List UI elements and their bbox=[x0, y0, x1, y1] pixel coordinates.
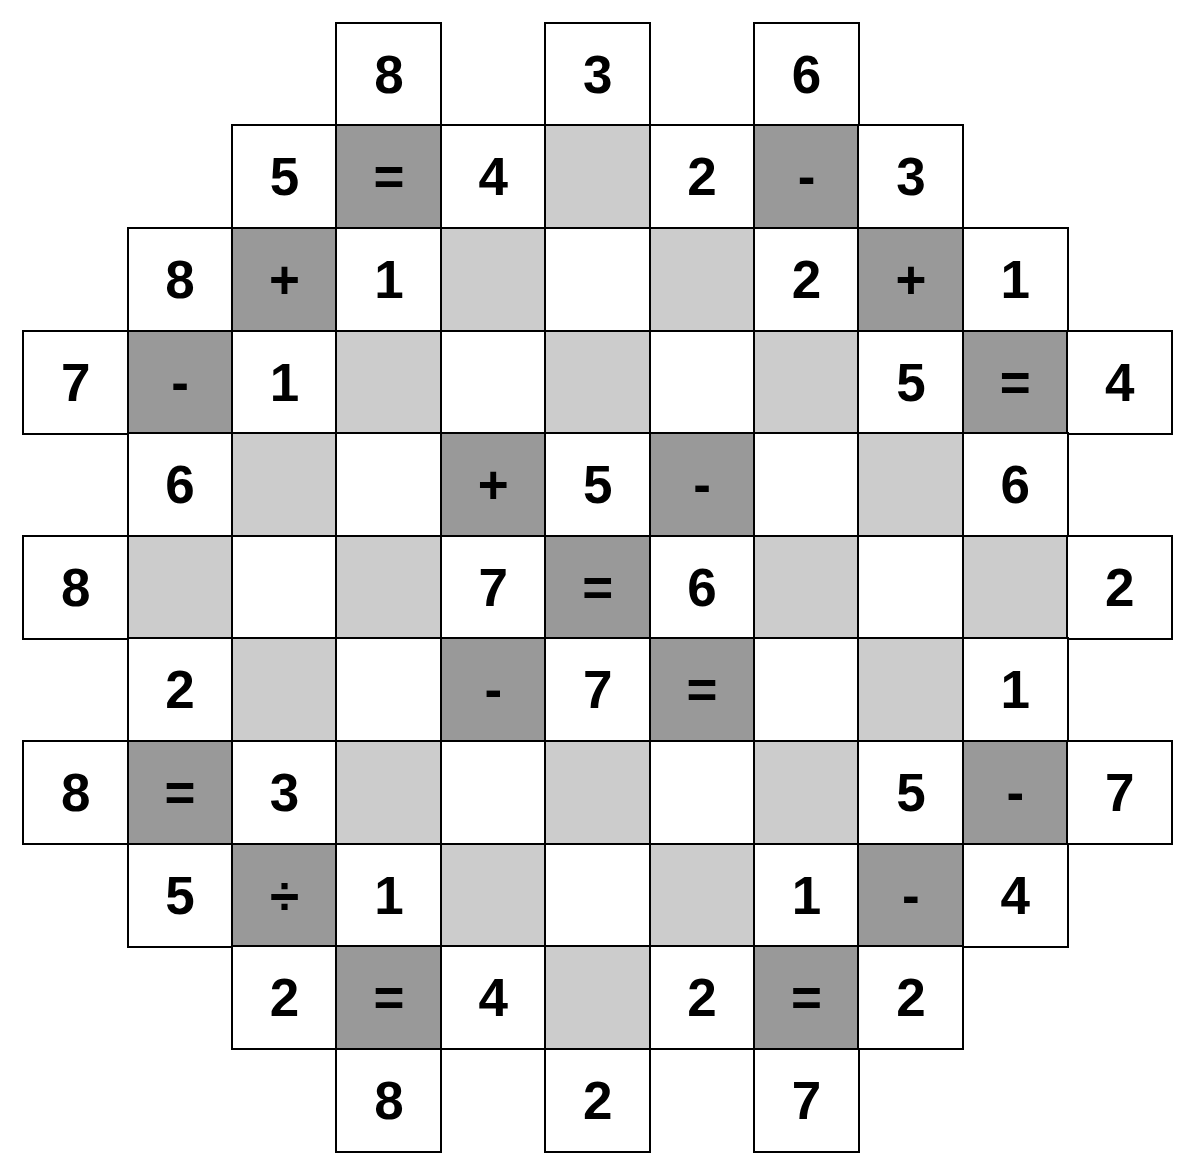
empty-cell-r3c6 bbox=[649, 330, 756, 435]
operator-cell-equals-r7c1: = bbox=[127, 740, 234, 845]
number-cell-r6c1[interactable]: 2 bbox=[127, 637, 234, 742]
number-cell-r1c8[interactable]: 3 bbox=[857, 124, 964, 229]
number-cell-r5c6[interactable]: 6 bbox=[649, 535, 756, 640]
empty-cell-r4c3 bbox=[335, 432, 442, 537]
number-cell-r5c4[interactable]: 7 bbox=[440, 535, 547, 640]
number-cell-r6c9[interactable]: 1 bbox=[962, 637, 1069, 742]
number-cell-r4c9[interactable]: 6 bbox=[962, 432, 1069, 537]
operator-cell-minus-r3c1: - bbox=[127, 330, 234, 435]
blocked-cell-r7c7 bbox=[753, 740, 860, 845]
number-cell-r8c1[interactable]: 5 bbox=[127, 843, 234, 948]
number-cell-r1c4[interactable]: 4 bbox=[440, 124, 547, 229]
blocked-cell-r7c3 bbox=[335, 740, 442, 845]
blocked-cell-r3c7 bbox=[753, 330, 860, 435]
number-cell-r0c3[interactable]: 8 bbox=[335, 22, 442, 127]
empty-cell-r7c6 bbox=[649, 740, 756, 845]
blocked-cell-r2c4 bbox=[440, 227, 547, 332]
operator-cell-plus-r2c2: + bbox=[231, 227, 338, 332]
blocked-cell-r3c5 bbox=[544, 330, 651, 435]
number-cell-r10c7[interactable]: 7 bbox=[753, 1048, 860, 1153]
blocked-cell-r1c5 bbox=[544, 124, 651, 229]
number-cell-r3c10[interactable]: 4 bbox=[1066, 330, 1173, 435]
operator-cell-equals-r9c3: = bbox=[335, 945, 442, 1050]
number-cell-r4c5[interactable]: 5 bbox=[544, 432, 651, 537]
number-cell-r4c1[interactable]: 6 bbox=[127, 432, 234, 537]
blocked-cell-r7c5 bbox=[544, 740, 651, 845]
number-cell-r1c2[interactable]: 5 bbox=[231, 124, 338, 229]
blocked-cell-r8c4 bbox=[440, 843, 547, 948]
number-cell-r7c0[interactable]: 8 bbox=[22, 740, 129, 845]
blocked-cell-r6c2 bbox=[231, 637, 338, 742]
number-cell-r7c2[interactable]: 3 bbox=[231, 740, 338, 845]
operator-cell-minus-r8c8: - bbox=[857, 843, 964, 948]
operator-cell-equals-r6c6: = bbox=[649, 637, 756, 742]
empty-cell-r4c7 bbox=[753, 432, 860, 537]
empty-cell-r2c5 bbox=[544, 227, 651, 332]
number-cell-r9c4[interactable]: 4 bbox=[440, 945, 547, 1050]
operator-cell-minus-r1c7: - bbox=[753, 124, 860, 229]
operator-cell-divide-r8c2: ÷ bbox=[231, 843, 338, 948]
number-cell-r5c10[interactable]: 2 bbox=[1066, 535, 1173, 640]
blocked-cell-r4c8 bbox=[857, 432, 964, 537]
blocked-cell-r2c6 bbox=[649, 227, 756, 332]
number-cell-r2c9[interactable]: 1 bbox=[962, 227, 1069, 332]
empty-cell-r5c8 bbox=[857, 535, 964, 640]
blocked-cell-r4c2 bbox=[231, 432, 338, 537]
number-cell-r10c3[interactable]: 8 bbox=[335, 1048, 442, 1153]
operator-cell-equals-r1c3: = bbox=[335, 124, 442, 229]
blocked-cell-r5c3 bbox=[335, 535, 442, 640]
blocked-cell-r5c9 bbox=[962, 535, 1069, 640]
empty-cell-r3c4 bbox=[440, 330, 547, 435]
blocked-cell-r5c1 bbox=[127, 535, 234, 640]
number-cell-r5c0[interactable]: 8 bbox=[22, 535, 129, 640]
number-cell-r8c9[interactable]: 4 bbox=[962, 843, 1069, 948]
number-cell-r10c5[interactable]: 2 bbox=[544, 1048, 651, 1153]
empty-cell-r6c7 bbox=[753, 637, 860, 742]
number-cell-r0c7[interactable]: 6 bbox=[753, 22, 860, 127]
number-cell-r0c5[interactable]: 3 bbox=[544, 22, 651, 127]
operator-cell-equals-r5c5: = bbox=[544, 535, 651, 640]
number-cell-r7c8[interactable]: 5 bbox=[857, 740, 964, 845]
blocked-cell-r8c6 bbox=[649, 843, 756, 948]
empty-cell-r7c4 bbox=[440, 740, 547, 845]
operator-cell-minus-r6c4: - bbox=[440, 637, 547, 742]
blocked-cell-r3c3 bbox=[335, 330, 442, 435]
blocked-cell-r6c8 bbox=[857, 637, 964, 742]
crossmath-board: 8365=42-38+12+17-15=46+5-687=622-7=18=35… bbox=[0, 0, 1200, 1175]
number-cell-r6c5[interactable]: 7 bbox=[544, 637, 651, 742]
blocked-cell-r9c5 bbox=[544, 945, 651, 1050]
number-cell-r8c3[interactable]: 1 bbox=[335, 843, 442, 948]
number-cell-r9c2[interactable]: 2 bbox=[231, 945, 338, 1050]
number-cell-r3c0[interactable]: 7 bbox=[22, 330, 129, 435]
number-cell-r1c6[interactable]: 2 bbox=[649, 124, 756, 229]
empty-cell-r5c2 bbox=[231, 535, 338, 640]
number-cell-r2c3[interactable]: 1 bbox=[335, 227, 442, 332]
empty-cell-r6c3 bbox=[335, 637, 442, 742]
number-cell-r8c7[interactable]: 1 bbox=[753, 843, 860, 948]
operator-cell-plus-r2c8: + bbox=[857, 227, 964, 332]
operator-cell-minus-r4c6: - bbox=[649, 432, 756, 537]
number-cell-r7c10[interactable]: 7 bbox=[1066, 740, 1173, 845]
operator-cell-equals-r3c9: = bbox=[962, 330, 1069, 435]
empty-cell-r8c5 bbox=[544, 843, 651, 948]
number-cell-r9c6[interactable]: 2 bbox=[649, 945, 756, 1050]
operator-cell-minus-r7c9: - bbox=[962, 740, 1069, 845]
number-cell-r2c1[interactable]: 8 bbox=[127, 227, 234, 332]
number-cell-r2c7[interactable]: 2 bbox=[753, 227, 860, 332]
operator-cell-plus-r4c4: + bbox=[440, 432, 547, 537]
number-cell-r9c8[interactable]: 2 bbox=[857, 945, 964, 1050]
blocked-cell-r5c7 bbox=[753, 535, 860, 640]
number-cell-r3c8[interactable]: 5 bbox=[857, 330, 964, 435]
number-cell-r3c2[interactable]: 1 bbox=[231, 330, 338, 435]
operator-cell-equals-r9c7: = bbox=[753, 945, 860, 1050]
